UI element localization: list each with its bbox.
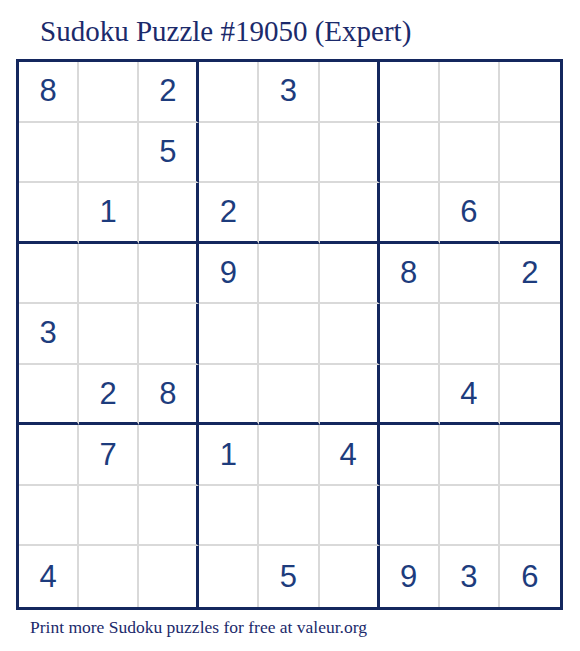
- sudoku-cell-r8c7: [380, 486, 440, 547]
- cell-digit: 7: [100, 437, 117, 473]
- sudoku-cell-r6c1: [19, 365, 79, 426]
- sudoku-cell-r4c2: [79, 244, 139, 305]
- sudoku-cell-r2c1: [19, 123, 79, 184]
- cell-digit: 8: [39, 73, 56, 109]
- sudoku-cell-r2c2: [79, 123, 139, 184]
- sudoku-cell-r8c2: [79, 486, 139, 547]
- cell-digit: 4: [339, 437, 356, 473]
- sudoku-cell-r3c5: [259, 183, 319, 244]
- sudoku-cell-r1c6: [320, 62, 380, 123]
- cell-digit: 1: [220, 437, 237, 473]
- sudoku-cell-r5c6: [320, 304, 380, 365]
- sudoku-cell-r3c6: [320, 183, 380, 244]
- cell-digit: 5: [159, 134, 176, 170]
- sudoku-cell-r5c2: [79, 304, 139, 365]
- cell-digit: 3: [280, 73, 297, 109]
- cell-digit: 4: [39, 559, 56, 595]
- cell-digit: 2: [220, 194, 237, 230]
- sudoku-cell-r2c6: [320, 123, 380, 184]
- sudoku-cell-r3c4: 2: [199, 183, 259, 244]
- sudoku-cell-r1c3: 2: [139, 62, 199, 123]
- sudoku-cell-r7c1: [19, 425, 79, 486]
- sudoku-cell-r9c1: 4: [19, 546, 79, 607]
- sudoku-cell-r4c5: [259, 244, 319, 305]
- cell-digit: 2: [100, 376, 117, 412]
- sudoku-cell-r2c8: [440, 123, 500, 184]
- sudoku-cell-r8c3: [139, 486, 199, 547]
- sudoku-cell-r2c4: [199, 123, 259, 184]
- sudoku-cell-r5c3: [139, 304, 199, 365]
- sudoku-cell-r3c8: 6: [440, 183, 500, 244]
- sudoku-cell-r7c3: [139, 425, 199, 486]
- sudoku-cell-r7c4: 1: [199, 425, 259, 486]
- page-title: Sudoku Puzzle #19050 (Expert): [40, 16, 411, 48]
- sudoku-cell-r6c3: 8: [139, 365, 199, 426]
- cell-digit: 9: [220, 255, 237, 291]
- sudoku-cell-r5c8: [440, 304, 500, 365]
- sudoku-cell-r3c1: [19, 183, 79, 244]
- cell-digit: 4: [460, 376, 477, 412]
- sudoku-cell-r8c1: [19, 486, 79, 547]
- sudoku-cell-r8c8: [440, 486, 500, 547]
- sudoku-cell-r2c9: [500, 123, 560, 184]
- sudoku-cell-r6c5: [259, 365, 319, 426]
- cell-digit: 6: [460, 194, 477, 230]
- sudoku-cell-r9c5: 5: [259, 546, 319, 607]
- footer-text: Print more Sudoku puzzles for free at va…: [30, 617, 367, 638]
- sudoku-cell-r2c3: 5: [139, 123, 199, 184]
- sudoku-cell-r7c9: [500, 425, 560, 486]
- sudoku-cell-r8c6: [320, 486, 380, 547]
- sudoku-cell-r6c4: [199, 365, 259, 426]
- sudoku-cell-r4c9: 2: [500, 244, 560, 305]
- sudoku-cell-r6c9: [500, 365, 560, 426]
- sudoku-cell-r1c4: [199, 62, 259, 123]
- sudoku-cell-r5c1: 3: [19, 304, 79, 365]
- sudoku-cell-r9c6: [320, 546, 380, 607]
- cell-digit: 2: [521, 255, 538, 291]
- sudoku-cell-r6c8: 4: [440, 365, 500, 426]
- cell-digit: 6: [521, 559, 538, 595]
- sudoku-cell-r7c8: [440, 425, 500, 486]
- sudoku-cell-r1c9: [500, 62, 560, 123]
- sudoku-cell-r2c7: [380, 123, 440, 184]
- sudoku-cell-r9c8: 3: [440, 546, 500, 607]
- sudoku-cell-r8c9: [500, 486, 560, 547]
- sudoku-cell-r9c3: [139, 546, 199, 607]
- sudoku-cell-r4c1: [19, 244, 79, 305]
- sudoku-cell-r4c7: 8: [380, 244, 440, 305]
- sudoku-cell-r6c6: [320, 365, 380, 426]
- sudoku-cell-r7c7: [380, 425, 440, 486]
- sudoku-cell-r9c4: [199, 546, 259, 607]
- sudoku-cell-r7c6: 4: [320, 425, 380, 486]
- cell-digit: 5: [280, 559, 297, 595]
- cell-digit: 9: [400, 559, 417, 595]
- sudoku-cell-r4c6: [320, 244, 380, 305]
- sudoku-cell-r5c9: [500, 304, 560, 365]
- sudoku-cell-r9c9: 6: [500, 546, 560, 607]
- sudoku-cell-r4c4: 9: [199, 244, 259, 305]
- cell-digit: 2: [159, 73, 176, 109]
- sudoku-cell-r1c2: [79, 62, 139, 123]
- sudoku-cell-r3c9: [500, 183, 560, 244]
- sudoku-cell-r2c5: [259, 123, 319, 184]
- cell-digit: 3: [460, 559, 477, 595]
- sudoku-cell-r5c7: [380, 304, 440, 365]
- sudoku-cell-r9c2: [79, 546, 139, 607]
- sudoku-cell-r4c8: [440, 244, 500, 305]
- sudoku-cell-r5c5: [259, 304, 319, 365]
- cell-digit: 3: [39, 315, 56, 351]
- sudoku-cell-r1c8: [440, 62, 500, 123]
- sudoku-cell-r8c4: [199, 486, 259, 547]
- sudoku-cell-r9c7: 9: [380, 546, 440, 607]
- sudoku-cell-r7c2: 7: [79, 425, 139, 486]
- cell-digit: 1: [100, 194, 117, 230]
- sudoku-cell-r1c7: [380, 62, 440, 123]
- sudoku-cell-r1c5: 3: [259, 62, 319, 123]
- cell-digit: 8: [159, 376, 176, 412]
- sudoku-cell-r3c7: [380, 183, 440, 244]
- sudoku-cell-r4c3: [139, 244, 199, 305]
- sudoku-cell-r3c2: 1: [79, 183, 139, 244]
- sudoku-cell-r1c1: 8: [19, 62, 79, 123]
- sudoku-cell-r7c5: [259, 425, 319, 486]
- sudoku-cell-r6c7: [380, 365, 440, 426]
- sudoku-cell-r6c2: 2: [79, 365, 139, 426]
- sudoku-cell-r8c5: [259, 486, 319, 547]
- sudoku-grid: 8235126982328471445936: [16, 59, 563, 610]
- sudoku-cell-r3c3: [139, 183, 199, 244]
- cell-digit: 8: [400, 255, 417, 291]
- sudoku-cell-r5c4: [199, 304, 259, 365]
